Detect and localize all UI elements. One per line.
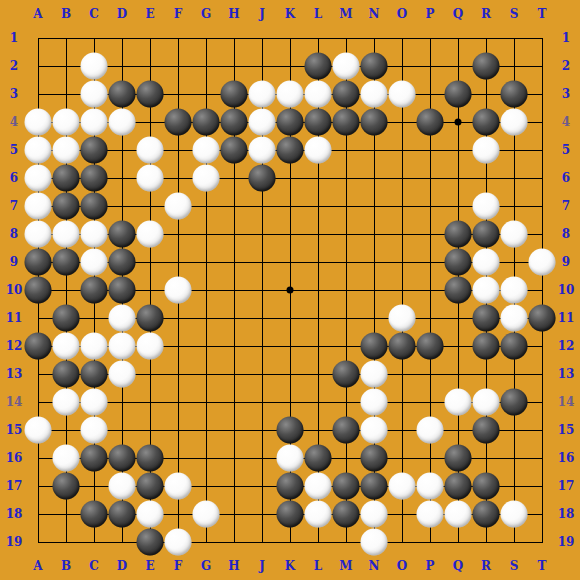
stone-white-E12[interactable] bbox=[137, 333, 164, 360]
stone-black-A12[interactable] bbox=[25, 333, 52, 360]
stone-black-K17[interactable] bbox=[277, 473, 304, 500]
col-label-top-Q: Q bbox=[453, 7, 463, 21]
stone-white-S18[interactable] bbox=[501, 501, 528, 528]
col-label-top-O: O bbox=[397, 7, 407, 21]
stone-black-C6[interactable] bbox=[81, 165, 108, 192]
stone-white-C2[interactable] bbox=[81, 53, 108, 80]
stone-black-D8[interactable] bbox=[109, 221, 136, 248]
stone-black-K18[interactable] bbox=[277, 501, 304, 528]
stone-white-S4[interactable] bbox=[501, 109, 528, 136]
col-label-top-R: R bbox=[481, 7, 491, 21]
stone-white-A5[interactable] bbox=[25, 137, 52, 164]
col-label-bottom-C: C bbox=[89, 559, 99, 573]
stone-black-E16[interactable] bbox=[137, 445, 164, 472]
stone-white-J4[interactable] bbox=[249, 109, 276, 136]
go-board-app: AABBCCDDEEFFGGHHJJKKLLMMNNOOPPQQRRSSTT11… bbox=[0, 0, 580, 580]
stone-black-M13[interactable] bbox=[333, 361, 360, 388]
row-label-right-9: 9 bbox=[562, 255, 570, 269]
stone-white-S10[interactable] bbox=[501, 277, 528, 304]
col-label-top-T: T bbox=[538, 7, 547, 21]
col-label-bottom-J: J bbox=[259, 559, 265, 573]
col-label-top-A: A bbox=[33, 7, 42, 21]
col-label-bottom-L: L bbox=[314, 559, 322, 573]
row-label-right-8: 8 bbox=[562, 227, 570, 241]
col-label-top-G: G bbox=[201, 7, 211, 21]
col-label-top-C: C bbox=[89, 7, 99, 21]
stone-white-E6[interactable] bbox=[137, 165, 164, 192]
stone-black-M17[interactable] bbox=[333, 473, 360, 500]
stone-white-O17[interactable] bbox=[389, 473, 416, 500]
stone-white-R10[interactable] bbox=[473, 277, 500, 304]
stone-black-B13[interactable] bbox=[53, 361, 80, 388]
stone-white-D12[interactable] bbox=[109, 333, 136, 360]
stone-black-H4[interactable] bbox=[221, 109, 248, 136]
row-label-left-8: 8 bbox=[10, 227, 18, 241]
stone-black-E11[interactable] bbox=[137, 305, 164, 332]
row-label-left-1: 1 bbox=[10, 31, 18, 45]
col-label-bottom-B: B bbox=[61, 559, 71, 573]
stone-white-D11[interactable] bbox=[109, 305, 136, 332]
grid-line-row-19 bbox=[38, 542, 543, 543]
row-label-left-6: 6 bbox=[10, 171, 18, 185]
stone-white-E8[interactable] bbox=[137, 221, 164, 248]
row-label-right-2: 2 bbox=[562, 59, 570, 73]
stone-black-B17[interactable] bbox=[53, 473, 80, 500]
stone-black-A10[interactable] bbox=[25, 277, 52, 304]
stone-black-Q16[interactable] bbox=[445, 445, 472, 472]
stone-black-J6[interactable] bbox=[249, 165, 276, 192]
row-label-right-6: 6 bbox=[562, 171, 570, 185]
row-label-right-16: 16 bbox=[558, 451, 575, 465]
stone-white-N15[interactable] bbox=[361, 417, 388, 444]
stone-white-L18[interactable] bbox=[305, 501, 332, 528]
grid-line-col-O bbox=[402, 38, 403, 543]
row-label-left-9: 9 bbox=[10, 255, 18, 269]
stone-white-B16[interactable] bbox=[53, 445, 80, 472]
stone-black-R2[interactable] bbox=[473, 53, 500, 80]
row-label-left-7: 7 bbox=[10, 199, 18, 213]
stone-black-N12[interactable] bbox=[361, 333, 388, 360]
stone-white-O11[interactable] bbox=[389, 305, 416, 332]
stone-white-B8[interactable] bbox=[53, 221, 80, 248]
col-label-bottom-Q: Q bbox=[453, 559, 463, 573]
row-label-left-11: 11 bbox=[6, 311, 23, 325]
stone-black-N4[interactable] bbox=[361, 109, 388, 136]
col-label-bottom-T: T bbox=[538, 559, 547, 573]
stone-black-K5[interactable] bbox=[277, 137, 304, 164]
stone-white-Q14[interactable] bbox=[445, 389, 472, 416]
row-label-right-11: 11 bbox=[558, 311, 575, 325]
stone-black-M4[interactable] bbox=[333, 109, 360, 136]
stone-white-A7[interactable] bbox=[25, 193, 52, 220]
stone-black-C7[interactable] bbox=[81, 193, 108, 220]
stone-black-C18[interactable] bbox=[81, 501, 108, 528]
col-label-top-E: E bbox=[145, 7, 154, 21]
stone-white-L3[interactable] bbox=[305, 81, 332, 108]
col-label-top-K: K bbox=[285, 7, 295, 21]
col-label-top-D: D bbox=[117, 7, 127, 21]
stone-black-Q8[interactable] bbox=[445, 221, 472, 248]
stone-white-C9[interactable] bbox=[81, 249, 108, 276]
stone-white-L5[interactable] bbox=[305, 137, 332, 164]
stone-white-L17[interactable] bbox=[305, 473, 332, 500]
stone-black-C13[interactable] bbox=[81, 361, 108, 388]
stone-black-K15[interactable] bbox=[277, 417, 304, 444]
stone-black-S14[interactable] bbox=[501, 389, 528, 416]
stone-black-D16[interactable] bbox=[109, 445, 136, 472]
stone-black-C16[interactable] bbox=[81, 445, 108, 472]
stone-black-T11[interactable] bbox=[529, 305, 556, 332]
stone-black-H5[interactable] bbox=[221, 137, 248, 164]
stone-white-D17[interactable] bbox=[109, 473, 136, 500]
stone-white-S11[interactable] bbox=[501, 305, 528, 332]
stone-white-N18[interactable] bbox=[361, 501, 388, 528]
col-label-top-S: S bbox=[510, 7, 519, 21]
stone-black-R4[interactable] bbox=[473, 109, 500, 136]
stone-black-R18[interactable] bbox=[473, 501, 500, 528]
row-label-right-18: 18 bbox=[558, 507, 575, 521]
stone-black-R8[interactable] bbox=[473, 221, 500, 248]
col-label-bottom-A: A bbox=[33, 559, 42, 573]
stone-black-L2[interactable] bbox=[305, 53, 332, 80]
row-label-right-10: 10 bbox=[558, 283, 575, 297]
stone-black-E3[interactable] bbox=[137, 81, 164, 108]
stone-white-R7[interactable] bbox=[473, 193, 500, 220]
stone-black-E17[interactable] bbox=[137, 473, 164, 500]
stone-black-F4[interactable] bbox=[165, 109, 192, 136]
row-label-right-4: 4 bbox=[562, 115, 570, 129]
stone-white-K16[interactable] bbox=[277, 445, 304, 472]
stone-white-F7[interactable] bbox=[165, 193, 192, 220]
col-label-top-H: H bbox=[228, 7, 239, 21]
stone-black-L16[interactable] bbox=[305, 445, 332, 472]
stone-black-D3[interactable] bbox=[109, 81, 136, 108]
stone-white-C15[interactable] bbox=[81, 417, 108, 444]
row-label-left-18: 18 bbox=[6, 507, 23, 521]
stone-black-M15[interactable] bbox=[333, 417, 360, 444]
row-label-right-7: 7 bbox=[562, 199, 570, 213]
row-label-left-17: 17 bbox=[6, 479, 23, 493]
row-label-right-17: 17 bbox=[558, 479, 575, 493]
stone-black-C5[interactable] bbox=[81, 137, 108, 164]
col-label-top-J: J bbox=[259, 7, 265, 21]
row-label-left-13: 13 bbox=[6, 367, 23, 381]
stone-white-J3[interactable] bbox=[249, 81, 276, 108]
stone-black-N16[interactable] bbox=[361, 445, 388, 472]
row-label-left-19: 19 bbox=[6, 535, 23, 549]
row-label-left-15: 15 bbox=[6, 423, 23, 437]
stone-black-Q17[interactable] bbox=[445, 473, 472, 500]
stone-white-P18[interactable] bbox=[417, 501, 444, 528]
stone-black-D9[interactable] bbox=[109, 249, 136, 276]
row-label-left-2: 2 bbox=[10, 59, 18, 73]
row-label-right-3: 3 bbox=[562, 87, 570, 101]
stone-black-R11[interactable] bbox=[473, 305, 500, 332]
stone-white-N14[interactable] bbox=[361, 389, 388, 416]
stone-white-G18[interactable] bbox=[193, 501, 220, 528]
row-label-left-3: 3 bbox=[10, 87, 18, 101]
col-label-bottom-O: O bbox=[397, 559, 407, 573]
stone-black-E19[interactable] bbox=[137, 529, 164, 556]
col-label-bottom-R: R bbox=[481, 559, 491, 573]
stone-white-C12[interactable] bbox=[81, 333, 108, 360]
stone-black-P12[interactable] bbox=[417, 333, 444, 360]
stone-white-A8[interactable] bbox=[25, 221, 52, 248]
stone-black-B9[interactable] bbox=[53, 249, 80, 276]
row-label-right-12: 12 bbox=[558, 339, 575, 353]
col-label-bottom-E: E bbox=[145, 559, 154, 573]
stone-white-B4[interactable] bbox=[53, 109, 80, 136]
col-label-bottom-G: G bbox=[201, 559, 211, 573]
row-label-right-1: 1 bbox=[562, 31, 570, 45]
stone-white-P17[interactable] bbox=[417, 473, 444, 500]
stone-white-B12[interactable] bbox=[53, 333, 80, 360]
stone-black-R17[interactable] bbox=[473, 473, 500, 500]
stone-white-P15[interactable] bbox=[417, 417, 444, 444]
star-point-Q4 bbox=[455, 119, 462, 126]
stone-black-R15[interactable] bbox=[473, 417, 500, 444]
stone-black-B7[interactable] bbox=[53, 193, 80, 220]
stone-white-N13[interactable] bbox=[361, 361, 388, 388]
stone-white-S8[interactable] bbox=[501, 221, 528, 248]
stone-black-O12[interactable] bbox=[389, 333, 416, 360]
row-label-left-14: 14 bbox=[6, 395, 23, 409]
stone-black-G4[interactable] bbox=[193, 109, 220, 136]
stone-white-N19[interactable] bbox=[361, 529, 388, 556]
row-label-right-14: 14 bbox=[558, 395, 575, 409]
col-label-top-F: F bbox=[174, 7, 183, 21]
stone-white-T9[interactable] bbox=[529, 249, 556, 276]
stone-black-M18[interactable] bbox=[333, 501, 360, 528]
stone-black-B11[interactable] bbox=[53, 305, 80, 332]
stone-white-B14[interactable] bbox=[53, 389, 80, 416]
stone-white-C4[interactable] bbox=[81, 109, 108, 136]
col-label-bottom-P: P bbox=[425, 559, 434, 573]
stone-black-D18[interactable] bbox=[109, 501, 136, 528]
col-label-bottom-K: K bbox=[285, 559, 295, 573]
stone-black-A9[interactable] bbox=[25, 249, 52, 276]
row-label-right-5: 5 bbox=[562, 143, 570, 157]
stone-white-F17[interactable] bbox=[165, 473, 192, 500]
stone-white-G5[interactable] bbox=[193, 137, 220, 164]
stone-black-M3[interactable] bbox=[333, 81, 360, 108]
stone-black-H3[interactable] bbox=[221, 81, 248, 108]
col-label-bottom-N: N bbox=[369, 559, 380, 573]
stone-black-R12[interactable] bbox=[473, 333, 500, 360]
row-label-left-5: 5 bbox=[10, 143, 18, 157]
col-label-bottom-M: M bbox=[339, 559, 352, 573]
row-label-right-13: 13 bbox=[558, 367, 575, 381]
stone-black-N2[interactable] bbox=[361, 53, 388, 80]
stone-black-Q3[interactable] bbox=[445, 81, 472, 108]
star-point-K10 bbox=[287, 287, 294, 294]
col-label-top-L: L bbox=[314, 7, 322, 21]
stone-white-B5[interactable] bbox=[53, 137, 80, 164]
stone-white-M2[interactable] bbox=[333, 53, 360, 80]
stone-black-Q10[interactable] bbox=[445, 277, 472, 304]
stone-white-O3[interactable] bbox=[389, 81, 416, 108]
col-label-bottom-H: H bbox=[228, 559, 239, 573]
col-label-bottom-D: D bbox=[117, 559, 127, 573]
col-label-top-N: N bbox=[369, 7, 380, 21]
row-label-left-10: 10 bbox=[6, 283, 23, 297]
stone-white-C8[interactable] bbox=[81, 221, 108, 248]
row-label-right-15: 15 bbox=[558, 423, 575, 437]
stone-white-E5[interactable] bbox=[137, 137, 164, 164]
stone-white-Q18[interactable] bbox=[445, 501, 472, 528]
stone-white-G6[interactable] bbox=[193, 165, 220, 192]
stone-black-C10[interactable] bbox=[81, 277, 108, 304]
stone-white-N3[interactable] bbox=[361, 81, 388, 108]
stone-white-F10[interactable] bbox=[165, 277, 192, 304]
row-label-left-4: 4 bbox=[10, 115, 18, 129]
col-label-top-M: M bbox=[339, 7, 352, 21]
stone-white-A6[interactable] bbox=[25, 165, 52, 192]
stone-black-N17[interactable] bbox=[361, 473, 388, 500]
stone-black-L4[interactable] bbox=[305, 109, 332, 136]
col-label-top-B: B bbox=[61, 7, 71, 21]
stone-white-R14[interactable] bbox=[473, 389, 500, 416]
stone-white-F19[interactable] bbox=[165, 529, 192, 556]
col-label-top-P: P bbox=[425, 7, 434, 21]
stone-black-B6[interactable] bbox=[53, 165, 80, 192]
stone-white-R9[interactable] bbox=[473, 249, 500, 276]
row-label-right-19: 19 bbox=[558, 535, 575, 549]
stone-white-C14[interactable] bbox=[81, 389, 108, 416]
stone-black-Q9[interactable] bbox=[445, 249, 472, 276]
col-label-bottom-F: F bbox=[174, 559, 183, 573]
stone-black-S3[interactable] bbox=[501, 81, 528, 108]
stone-white-C3[interactable] bbox=[81, 81, 108, 108]
grid-line-col-T bbox=[542, 38, 543, 543]
stone-black-D10[interactable] bbox=[109, 277, 136, 304]
col-label-bottom-S: S bbox=[510, 559, 519, 573]
stone-white-D13[interactable] bbox=[109, 361, 136, 388]
stone-white-A15[interactable] bbox=[25, 417, 52, 444]
stone-white-D4[interactable] bbox=[109, 109, 136, 136]
stone-white-A4[interactable] bbox=[25, 109, 52, 136]
stone-white-J5[interactable] bbox=[249, 137, 276, 164]
row-label-left-12: 12 bbox=[6, 339, 23, 353]
stone-black-P4[interactable] bbox=[417, 109, 444, 136]
stone-black-S12[interactable] bbox=[501, 333, 528, 360]
stone-black-K4[interactable] bbox=[277, 109, 304, 136]
stone-white-K3[interactable] bbox=[277, 81, 304, 108]
stone-white-R5[interactable] bbox=[473, 137, 500, 164]
stone-white-E18[interactable] bbox=[137, 501, 164, 528]
row-label-left-16: 16 bbox=[6, 451, 23, 465]
